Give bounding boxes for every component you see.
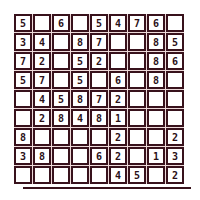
grid-cell-r5c6[interactable]: 2: [109, 90, 127, 108]
grid-cell-r3c3[interactable]: [52, 52, 70, 70]
grid-cell-r8c6[interactable]: 2: [109, 147, 127, 165]
grid-cell-r1c7[interactable]: 7: [128, 14, 146, 32]
grid-cell-r6c8[interactable]: [147, 109, 165, 127]
grid-cell-r5c2[interactable]: 4: [33, 90, 51, 108]
grid-cell-r2c3[interactable]: [52, 33, 70, 51]
grid-cell-r2c7[interactable]: [128, 33, 146, 51]
grid-cell-r1c5[interactable]: 5: [90, 14, 108, 32]
grid-cell-r2c2[interactable]: 4: [33, 33, 51, 51]
grid-cell-r7c3[interactable]: [52, 128, 70, 146]
grid-cell-r3c4[interactable]: 5: [71, 52, 89, 70]
grid-cell-r7c8[interactable]: [147, 128, 165, 146]
grid-cell-r2c5[interactable]: 7: [90, 33, 108, 51]
grid-cell-r1c8[interactable]: 6: [147, 14, 165, 32]
grid-cell-r8c9[interactable]: 3: [166, 147, 184, 165]
grid-cell-r9c8[interactable]: [147, 166, 165, 184]
grid-cell-r5c4[interactable]: 8: [71, 90, 89, 108]
grid-cell-r2c1[interactable]: 3: [14, 33, 32, 51]
grid-cell-r6c2[interactable]: 2: [33, 109, 51, 127]
grid-cell-r3c6[interactable]: [109, 52, 127, 70]
puzzle-board: 5654763487857252865756845872284818223862…: [14, 14, 184, 184]
grid-cell-r9c6[interactable]: 4: [109, 166, 127, 184]
grid-cell-r8c8[interactable]: 1: [147, 147, 165, 165]
grid-cell-r4c6[interactable]: 6: [109, 71, 127, 89]
grid-cell-r7c7[interactable]: [128, 128, 146, 146]
page: 5654763487857252865756845872284818223862…: [0, 0, 200, 200]
grid-cell-r8c7[interactable]: [128, 147, 146, 165]
grid-cell-r9c7[interactable]: 5: [128, 166, 146, 184]
board-shadow-line: [23, 187, 191, 189]
grid-cell-r4c1[interactable]: 5: [14, 71, 32, 89]
grid-cell-r1c9[interactable]: [166, 14, 184, 32]
grid-cell-r8c1[interactable]: 3: [14, 147, 32, 165]
grid-cell-r5c1[interactable]: [14, 90, 32, 108]
grid-cell-r3c1[interactable]: 7: [14, 52, 32, 70]
grid-cell-r9c5[interactable]: [90, 166, 108, 184]
grid-cell-r5c9[interactable]: [166, 90, 184, 108]
grid-cell-r6c9[interactable]: [166, 109, 184, 127]
grid-cell-r6c7[interactable]: [128, 109, 146, 127]
grid-cell-r1c4[interactable]: [71, 14, 89, 32]
grid-cell-r1c3[interactable]: 6: [52, 14, 70, 32]
grid-cell-r2c6[interactable]: [109, 33, 127, 51]
grid-cell-r4c8[interactable]: 8: [147, 71, 165, 89]
grid-cell-r3c2[interactable]: 2: [33, 52, 51, 70]
grid-cell-r5c3[interactable]: 5: [52, 90, 70, 108]
grid-cell-r5c7[interactable]: [128, 90, 146, 108]
grid-cell-r7c5[interactable]: [90, 128, 108, 146]
grid-cell-r9c1[interactable]: [14, 166, 32, 184]
grid-cell-r3c9[interactable]: 6: [166, 52, 184, 70]
grid-cell-r4c7[interactable]: [128, 71, 146, 89]
grid-cell-r2c9[interactable]: 5: [166, 33, 184, 51]
grid-cell-r6c3[interactable]: 8: [52, 109, 70, 127]
grid-cell-r9c2[interactable]: [33, 166, 51, 184]
grid-cell-r5c5[interactable]: 7: [90, 90, 108, 108]
grid-cell-r4c3[interactable]: [52, 71, 70, 89]
grid-cell-r6c1[interactable]: [14, 109, 32, 127]
grid-cell-r8c3[interactable]: [52, 147, 70, 165]
grid-cell-r8c4[interactable]: [71, 147, 89, 165]
grid-cell-r1c2[interactable]: [33, 14, 51, 32]
grid-cell-r2c4[interactable]: 8: [71, 33, 89, 51]
grid-cell-r3c8[interactable]: 8: [147, 52, 165, 70]
grid-cell-r4c9[interactable]: [166, 71, 184, 89]
grid-cell-r4c5[interactable]: [90, 71, 108, 89]
grid-cell-r9c3[interactable]: [52, 166, 70, 184]
grid-cell-r3c7[interactable]: [128, 52, 146, 70]
grid-cell-r8c5[interactable]: 6: [90, 147, 108, 165]
grid-cell-r3c5[interactable]: 2: [90, 52, 108, 70]
grid-cell-r4c4[interactable]: 5: [71, 71, 89, 89]
grid-cell-r5c8[interactable]: [147, 90, 165, 108]
grid-cell-r7c2[interactable]: [33, 128, 51, 146]
grid-cell-r1c6[interactable]: 4: [109, 14, 127, 32]
grid-cell-r4c2[interactable]: 7: [33, 71, 51, 89]
grid-cell-r1c1[interactable]: 5: [14, 14, 32, 32]
grid-cell-r6c5[interactable]: 8: [90, 109, 108, 127]
grid-cell-r6c4[interactable]: 4: [71, 109, 89, 127]
grid-cell-r9c9[interactable]: 2: [166, 166, 184, 184]
grid-cell-r7c6[interactable]: 2: [109, 128, 127, 146]
grid-cell-r7c4[interactable]: [71, 128, 89, 146]
grid-cell-r6c6[interactable]: 1: [109, 109, 127, 127]
grid-cell-r7c9[interactable]: 2: [166, 128, 184, 146]
grid-cell-r9c4[interactable]: [71, 166, 89, 184]
grid-cell-r2c8[interactable]: 8: [147, 33, 165, 51]
grid-cell-r7c1[interactable]: 8: [14, 128, 32, 146]
grid-cell-r8c2[interactable]: 8: [33, 147, 51, 165]
